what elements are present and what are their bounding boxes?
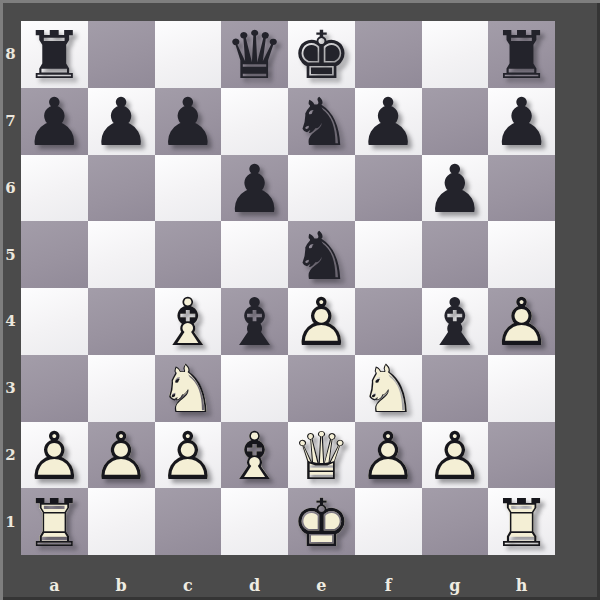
- square-h1[interactable]: ♜: [488, 488, 555, 555]
- square-b6[interactable]: [88, 155, 155, 222]
- piece-white-knight[interactable]: ♞: [355, 357, 422, 424]
- square-f1[interactable]: [355, 488, 422, 555]
- square-e6[interactable]: [288, 155, 355, 222]
- piece-black-pawn[interactable]: ♟: [355, 90, 422, 157]
- square-e8[interactable]: ♚: [288, 21, 355, 88]
- square-c4[interactable]: ♝: [155, 288, 222, 355]
- rank-label-5: 5: [0, 221, 21, 288]
- piece-white-pawn[interactable]: ♟: [21, 424, 88, 491]
- square-f8[interactable]: [355, 21, 422, 88]
- piece-white-rook[interactable]: ♜: [488, 490, 555, 557]
- piece-black-king[interactable]: ♚: [288, 23, 355, 90]
- square-h5[interactable]: [488, 221, 555, 288]
- square-e3[interactable]: [288, 355, 355, 422]
- piece-white-king[interactable]: ♚: [288, 490, 355, 557]
- square-g3[interactable]: [422, 355, 489, 422]
- square-h6[interactable]: [488, 155, 555, 222]
- square-a1[interactable]: ♜: [21, 488, 88, 555]
- square-f3[interactable]: ♞: [355, 355, 422, 422]
- square-a3[interactable]: [21, 355, 88, 422]
- square-g8[interactable]: [422, 21, 489, 88]
- square-d1[interactable]: [221, 488, 288, 555]
- square-c5[interactable]: [155, 221, 222, 288]
- piece-white-pawn[interactable]: ♟: [155, 424, 222, 491]
- square-b8[interactable]: [88, 21, 155, 88]
- square-g2[interactable]: ♟: [422, 422, 489, 489]
- square-a6[interactable]: [21, 155, 88, 222]
- square-d7[interactable]: [221, 88, 288, 155]
- square-a8[interactable]: ♜: [21, 21, 88, 88]
- square-g1[interactable]: [422, 488, 489, 555]
- file-label-f: f: [355, 572, 422, 598]
- file-label-b: b: [88, 572, 155, 598]
- piece-black-rook[interactable]: ♜: [488, 23, 555, 90]
- square-c8[interactable]: [155, 21, 222, 88]
- square-f6[interactable]: [355, 155, 422, 222]
- square-h7[interactable]: ♟: [488, 88, 555, 155]
- file-label-c: c: [155, 572, 222, 598]
- square-c2[interactable]: ♟: [155, 422, 222, 489]
- piece-black-knight[interactable]: ♞: [288, 90, 355, 157]
- square-f4[interactable]: [355, 288, 422, 355]
- square-b2[interactable]: ♟: [88, 422, 155, 489]
- piece-black-knight[interactable]: ♞: [288, 223, 355, 290]
- piece-white-bishop[interactable]: ♝: [155, 290, 222, 357]
- square-h2[interactable]: [488, 422, 555, 489]
- piece-black-pawn[interactable]: ♟: [21, 90, 88, 157]
- square-f2[interactable]: ♟: [355, 422, 422, 489]
- square-c3[interactable]: ♞: [155, 355, 222, 422]
- piece-white-pawn[interactable]: ♟: [288, 290, 355, 357]
- rank-label-1: 1: [0, 488, 21, 555]
- chess-board-frame: ♜♛♚♜♟♟♟♞♟♟♟♟♞♝♝♟♝♟♞♞♟♟♟♝♛♟♟♜♚♜ 87654321 …: [0, 0, 600, 600]
- rank-label-3: 3: [0, 355, 21, 422]
- file-label-e: e: [288, 572, 355, 598]
- piece-white-bishop[interactable]: ♝: [221, 424, 288, 491]
- square-a7[interactable]: ♟: [21, 88, 88, 155]
- square-f7[interactable]: ♟: [355, 88, 422, 155]
- piece-black-bishop[interactable]: ♝: [422, 290, 489, 357]
- square-b4[interactable]: [88, 288, 155, 355]
- piece-black-bishop[interactable]: ♝: [221, 290, 288, 357]
- square-h3[interactable]: [488, 355, 555, 422]
- square-c6[interactable]: [155, 155, 222, 222]
- file-label-h: h: [488, 572, 555, 598]
- piece-white-pawn[interactable]: ♟: [488, 290, 555, 357]
- square-e2[interactable]: ♛: [288, 422, 355, 489]
- file-label-g: g: [422, 572, 489, 598]
- square-d5[interactable]: [221, 221, 288, 288]
- piece-white-rook[interactable]: ♜: [21, 490, 88, 557]
- square-b5[interactable]: [88, 221, 155, 288]
- square-g6[interactable]: ♟: [422, 155, 489, 222]
- square-d4[interactable]: ♝: [221, 288, 288, 355]
- square-f5[interactable]: [355, 221, 422, 288]
- square-a5[interactable]: [21, 221, 88, 288]
- piece-black-pawn[interactable]: ♟: [422, 157, 489, 224]
- square-d2[interactable]: ♝: [221, 422, 288, 489]
- rank-label-4: 4: [0, 288, 21, 355]
- square-b7[interactable]: ♟: [88, 88, 155, 155]
- chess-board: ♜♛♚♜♟♟♟♞♟♟♟♟♞♝♝♟♝♟♞♞♟♟♟♝♛♟♟♜♚♜: [21, 21, 555, 555]
- piece-black-rook[interactable]: ♜: [21, 23, 88, 90]
- square-g7[interactable]: [422, 88, 489, 155]
- rank-label-2: 2: [0, 422, 21, 489]
- square-e5[interactable]: ♞: [288, 221, 355, 288]
- piece-black-pawn[interactable]: ♟: [488, 90, 555, 157]
- piece-white-pawn[interactable]: ♟: [422, 424, 489, 491]
- piece-white-pawn[interactable]: ♟: [88, 424, 155, 491]
- file-label-a: a: [21, 572, 88, 598]
- rank-label-8: 8: [0, 21, 21, 88]
- square-a4[interactable]: [21, 288, 88, 355]
- square-h8[interactable]: ♜: [488, 21, 555, 88]
- square-d3[interactable]: [221, 355, 288, 422]
- square-h4[interactable]: ♟: [488, 288, 555, 355]
- rank-label-6: 6: [0, 155, 21, 222]
- piece-white-queen[interactable]: ♛: [288, 424, 355, 491]
- piece-black-pawn[interactable]: ♟: [88, 90, 155, 157]
- square-a2[interactable]: ♟: [21, 422, 88, 489]
- square-d8[interactable]: ♛: [221, 21, 288, 88]
- piece-white-knight[interactable]: ♞: [155, 357, 222, 424]
- piece-black-queen[interactable]: ♛: [221, 23, 288, 90]
- square-e7[interactable]: ♞: [288, 88, 355, 155]
- file-label-d: d: [221, 572, 288, 598]
- square-g5[interactable]: [422, 221, 489, 288]
- square-e4[interactable]: ♟: [288, 288, 355, 355]
- rank-label-7: 7: [0, 88, 21, 155]
- piece-white-pawn[interactable]: ♟: [355, 424, 422, 491]
- piece-black-pawn[interactable]: ♟: [155, 90, 222, 157]
- square-e1[interactable]: ♚: [288, 488, 355, 555]
- square-d6[interactable]: ♟: [221, 155, 288, 222]
- piece-black-pawn[interactable]: ♟: [221, 157, 288, 224]
- square-g4[interactable]: ♝: [422, 288, 489, 355]
- square-b1[interactable]: [88, 488, 155, 555]
- square-b3[interactable]: [88, 355, 155, 422]
- square-c7[interactable]: ♟: [155, 88, 222, 155]
- square-c1[interactable]: [155, 488, 222, 555]
